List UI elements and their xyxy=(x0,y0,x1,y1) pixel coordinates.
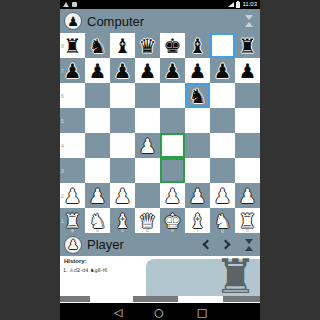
square-h5[interactable] xyxy=(235,108,260,133)
square-a4[interactable]: 4 xyxy=(60,133,85,158)
notification-icon xyxy=(63,2,69,7)
white-knight-b1: ♞ xyxy=(85,208,110,233)
white-pawn-h2: ♟ xyxy=(235,183,260,208)
black-knight-b8: ♞ xyxy=(85,33,110,58)
black-king-e8: ♚ xyxy=(160,33,185,58)
rank-label-6: 6 xyxy=(61,93,64,99)
bottom-strip xyxy=(60,296,260,303)
square-c4[interactable] xyxy=(110,133,135,158)
square-a5[interactable]: 5 xyxy=(60,108,85,133)
square-c7[interactable]: ♟ xyxy=(110,58,135,83)
square-d3[interactable] xyxy=(135,158,160,183)
black-pawn-g7: ♟ xyxy=(210,58,235,83)
white-pawn-e2: ♟ xyxy=(160,183,185,208)
rook-artwork-icon: ♜ xyxy=(214,256,257,300)
chess-board: 8♜♞♝♛♚♝♜7♟♟♟♟♟♟♟♟6♞54♟32♟♟♟♟♟♟♟1a♜b♞c♝d♛… xyxy=(60,33,260,233)
status-bar: 11:03 xyxy=(60,0,260,9)
square-a8[interactable]: 8♜ xyxy=(60,33,85,58)
square-h3[interactable] xyxy=(235,158,260,183)
square-h2[interactable]: ♟ xyxy=(235,183,260,208)
black-queen-d8: ♛ xyxy=(135,33,160,58)
player-label: Player xyxy=(87,237,124,252)
square-b2[interactable]: ♟ xyxy=(85,183,110,208)
square-e5[interactable] xyxy=(160,108,185,133)
square-e7[interactable]: ♟ xyxy=(160,58,185,83)
black-pawn-d7: ♟ xyxy=(135,58,160,83)
square-a6[interactable]: 6 xyxy=(60,83,85,108)
square-h8[interactable]: ♜ xyxy=(235,33,260,58)
square-f8[interactable]: ♝ xyxy=(185,33,210,58)
square-d8[interactable]: ♛ xyxy=(135,33,160,58)
white-queen-d1: ♛ xyxy=(135,208,160,233)
history-moves: 1. ♙d2-d4 ♞g8-f6 xyxy=(63,267,145,273)
square-d2[interactable] xyxy=(135,183,160,208)
strip-segment xyxy=(133,296,178,302)
square-a3[interactable]: 3 xyxy=(60,158,85,183)
square-h6[interactable] xyxy=(235,83,260,108)
status-time: 11:03 xyxy=(242,0,257,9)
computer-avatar: ♟ xyxy=(64,12,82,30)
back-icon[interactable]: ◁ xyxy=(114,305,122,318)
black-pawn-f7: ♟ xyxy=(185,58,210,83)
square-e1[interactable]: e♚ xyxy=(160,208,185,233)
white-bishop-c1: ♝ xyxy=(110,208,135,233)
white-pawn-a2: ♟ xyxy=(60,183,85,208)
signal-icon xyxy=(228,2,234,7)
square-c8[interactable]: ♝ xyxy=(110,33,135,58)
square-g1[interactable]: g♞ xyxy=(210,208,235,233)
square-f1[interactable]: f♝ xyxy=(185,208,210,233)
square-b6[interactable] xyxy=(85,83,110,108)
white-rook-a1: ♜ xyxy=(60,208,85,233)
square-c5[interactable] xyxy=(110,108,135,133)
square-g6[interactable] xyxy=(210,83,235,108)
black-rook-a8: ♜ xyxy=(60,33,85,58)
square-e6[interactable] xyxy=(160,83,185,108)
square-f2[interactable]: ♟ xyxy=(185,183,210,208)
square-h1[interactable]: h♜ xyxy=(235,208,260,233)
square-b4[interactable] xyxy=(85,133,110,158)
white-pawn-avatar-icon: ♟ xyxy=(67,238,79,251)
square-h7[interactable]: ♟ xyxy=(235,58,260,83)
player-hourglass-icon xyxy=(245,239,253,251)
square-e3[interactable] xyxy=(160,158,185,183)
square-d5[interactable] xyxy=(135,108,160,133)
black-rook-h8: ♜ xyxy=(235,33,260,58)
history-back-button[interactable] xyxy=(203,240,213,250)
square-g8[interactable] xyxy=(210,33,235,58)
white-pawn-d4: ♟ xyxy=(135,133,160,158)
square-a2[interactable]: 2♟ xyxy=(60,183,85,208)
black-pawn-c7: ♟ xyxy=(110,58,135,83)
history-forward-button[interactable] xyxy=(221,240,231,250)
black-bishop-f8: ♝ xyxy=(185,33,210,58)
home-icon[interactable]: ○ xyxy=(154,305,164,318)
square-d6[interactable] xyxy=(135,83,160,108)
square-g3[interactable] xyxy=(210,158,235,183)
square-f3[interactable] xyxy=(185,158,210,183)
rank-label-4: 4 xyxy=(61,143,64,149)
black-pawn-avatar-icon: ♟ xyxy=(67,15,79,28)
white-pawn-b2: ♟ xyxy=(85,183,110,208)
square-a7[interactable]: 7♟ xyxy=(60,58,85,83)
square-c6[interactable] xyxy=(110,83,135,108)
square-c3[interactable] xyxy=(110,158,135,183)
player-bar: ♟ Player xyxy=(60,233,260,256)
rank-label-5: 5 xyxy=(61,118,64,124)
black-knight-f6: ♞ xyxy=(185,83,210,108)
square-b8[interactable]: ♞ xyxy=(85,33,110,58)
player-avatar: ♟ xyxy=(64,236,82,254)
app-screen: 11:03 ♟ Computer 8♜♞♝♛♚♝♜7♟♟♟♟♟♟♟♟6♞54♟3… xyxy=(60,0,260,320)
computer-bar: ♟ Computer xyxy=(60,9,260,33)
square-b1[interactable]: b♞ xyxy=(85,208,110,233)
white-pawn-c2: ♟ xyxy=(110,183,135,208)
square-d4[interactable]: ♟ xyxy=(135,133,160,158)
white-bishop-f1: ♝ xyxy=(185,208,210,233)
square-e8[interactable]: ♚ xyxy=(160,33,185,58)
white-pawn-g2: ♟ xyxy=(210,183,235,208)
computer-label: Computer xyxy=(87,14,144,29)
square-f7[interactable]: ♟ xyxy=(185,58,210,83)
square-f6[interactable]: ♞ xyxy=(185,83,210,108)
square-b7[interactable]: ♟ xyxy=(85,58,110,83)
strip-segment xyxy=(60,296,90,302)
square-f5[interactable] xyxy=(185,108,210,133)
computer-hourglass-icon xyxy=(245,15,253,27)
square-d7[interactable]: ♟ xyxy=(135,58,160,83)
strip-segment xyxy=(223,296,260,302)
white-pawn-f2: ♟ xyxy=(185,183,210,208)
history-panel: ♜ History: 1. ♙d2-d4 ♞g8-f6 xyxy=(60,256,260,303)
history-title: History: xyxy=(64,258,87,264)
square-h4[interactable] xyxy=(235,133,260,158)
black-pawn-e7: ♟ xyxy=(160,58,185,83)
rank-label-3: 3 xyxy=(61,168,64,174)
recents-icon[interactable]: □ xyxy=(197,305,207,318)
square-g4[interactable] xyxy=(210,133,235,158)
notification-icon-2 xyxy=(72,2,77,7)
black-pawn-b7: ♟ xyxy=(85,58,110,83)
black-bishop-c8: ♝ xyxy=(110,33,135,58)
black-pawn-a7: ♟ xyxy=(60,58,85,83)
white-knight-g1: ♞ xyxy=(210,208,235,233)
square-c1[interactable]: c♝ xyxy=(110,208,135,233)
square-g7[interactable]: ♟ xyxy=(210,58,235,83)
square-e2[interactable]: ♟ xyxy=(160,183,185,208)
android-nav-bar: ◁ ○ □ xyxy=(60,303,260,320)
square-g5[interactable] xyxy=(210,108,235,133)
white-king-e1: ♚ xyxy=(160,208,185,233)
white-rook-h1: ♜ xyxy=(235,208,260,233)
square-b3[interactable] xyxy=(85,158,110,183)
square-f4[interactable] xyxy=(185,133,210,158)
battery-icon xyxy=(236,2,240,8)
square-e4[interactable] xyxy=(160,133,185,158)
square-a1[interactable]: 1a♜ xyxy=(60,208,85,233)
black-pawn-h7: ♟ xyxy=(235,58,260,83)
square-b5[interactable] xyxy=(85,108,110,133)
square-c2[interactable]: ♟ xyxy=(110,183,135,208)
square-d1[interactable]: d♛ xyxy=(135,208,160,233)
square-g2[interactable]: ♟ xyxy=(210,183,235,208)
